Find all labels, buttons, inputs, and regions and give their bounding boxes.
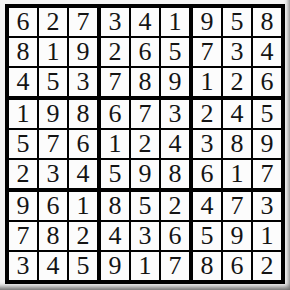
cell-r5c2: 7 [39,130,69,160]
cell-r6c7: 6 [193,160,223,192]
cell-r4c3: 8 [69,100,101,130]
cell-r1c6: 1 [161,8,193,38]
cell-r4c8: 4 [223,100,253,130]
cell-r5c8: 8 [223,130,253,160]
cell-r3c8: 2 [223,68,253,100]
cell-r5c1: 5 [9,130,39,160]
cell-r8c2: 8 [39,222,69,252]
cell-r3c4: 7 [101,68,131,100]
cell-r6c2: 3 [39,160,69,192]
cell-r2c2: 1 [39,38,69,68]
cell-r2c4: 2 [101,38,131,68]
cell-r9c2: 4 [39,252,69,280]
cell-r8c6: 6 [161,222,193,252]
cell-r9c4: 9 [101,252,131,280]
cell-r3c2: 5 [39,68,69,100]
cell-r4c9: 5 [253,100,281,130]
cell-r4c1: 1 [9,100,39,130]
cell-r3c7: 1 [193,68,223,100]
cell-r5c6: 4 [161,130,193,160]
cell-r1c5: 4 [131,8,161,38]
cell-r4c4: 6 [101,100,131,130]
cell-r7c5: 5 [131,192,161,222]
cell-r7c8: 7 [223,192,253,222]
cell-r9c8: 6 [223,252,253,280]
cell-r8c9: 1 [253,222,281,252]
cell-r1c4: 3 [101,8,131,38]
cell-r7c3: 1 [69,192,101,222]
cell-r4c7: 2 [193,100,223,130]
cell-r9c5: 1 [131,252,161,280]
cell-r5c9: 9 [253,130,281,160]
cell-r1c3: 7 [69,8,101,38]
cell-r5c3: 6 [69,130,101,160]
cell-r7c9: 3 [253,192,281,222]
cell-r2c6: 5 [161,38,193,68]
cell-r7c7: 4 [193,192,223,222]
cell-r3c6: 9 [161,68,193,100]
cell-r3c9: 6 [253,68,281,100]
cell-r1c1: 6 [9,8,39,38]
cell-r3c1: 4 [9,68,39,100]
cell-r8c5: 3 [131,222,161,252]
cell-r6c4: 5 [101,160,131,192]
cell-r6c5: 9 [131,160,161,192]
cell-r7c1: 9 [9,192,39,222]
cell-r5c4: 1 [101,130,131,160]
cell-r9c9: 2 [253,252,281,280]
cell-r1c8: 5 [223,8,253,38]
cell-r1c9: 8 [253,8,281,38]
cell-r2c3: 9 [69,38,101,68]
cell-r8c1: 7 [9,222,39,252]
cell-r6c6: 8 [161,160,193,192]
cell-r9c6: 7 [161,252,193,280]
cell-r2c9: 4 [253,38,281,68]
cell-r5c7: 3 [193,130,223,160]
cell-r7c4: 8 [101,192,131,222]
cell-r4c2: 9 [39,100,69,130]
cell-r2c7: 7 [193,38,223,68]
cell-r9c1: 3 [9,252,39,280]
cell-r8c7: 5 [193,222,223,252]
cell-r7c2: 6 [39,192,69,222]
cell-r6c1: 2 [9,160,39,192]
cell-r1c7: 9 [193,8,223,38]
cell-r9c3: 5 [69,252,101,280]
cell-r2c1: 8 [9,38,39,68]
cell-r7c6: 2 [161,192,193,222]
cell-r6c3: 4 [69,160,101,192]
cell-r8c8: 9 [223,222,253,252]
cell-r4c6: 3 [161,100,193,130]
cell-r5c5: 2 [131,130,161,160]
cell-r2c8: 3 [223,38,253,68]
sudoku-board: 6273419588192657344537891261986732455761… [5,4,285,284]
cell-r8c3: 2 [69,222,101,252]
cell-r9c7: 8 [193,252,223,280]
cell-r2c5: 6 [131,38,161,68]
cell-r8c4: 4 [101,222,131,252]
page-background: 6273419588192657344537891261986732455761… [0,0,290,290]
cell-r3c5: 8 [131,68,161,100]
cell-r6c8: 1 [223,160,253,192]
cell-r1c2: 2 [39,8,69,38]
cell-r6c9: 7 [253,160,281,192]
cell-r3c3: 3 [69,68,101,100]
cell-r4c5: 7 [131,100,161,130]
